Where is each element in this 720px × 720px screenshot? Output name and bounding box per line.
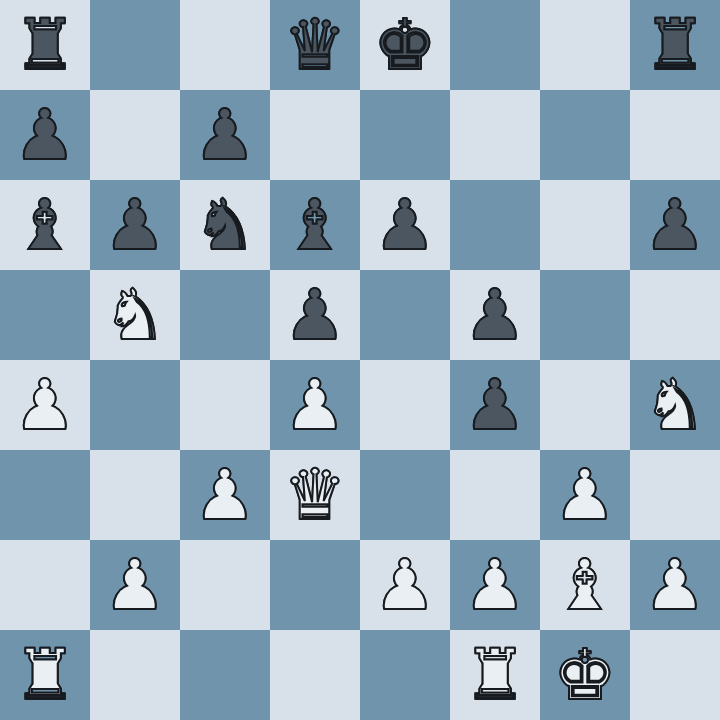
piece-black-pawn[interactable]: ♟ — [450, 270, 540, 360]
square-d8[interactable]: ♛ — [270, 0, 360, 90]
square-d3[interactable]: ♛ — [270, 450, 360, 540]
square-e5[interactable] — [360, 270, 450, 360]
square-h7[interactable] — [630, 90, 720, 180]
piece-white-knight[interactable]: ♞ — [630, 360, 720, 450]
square-h4[interactable]: ♞ — [630, 360, 720, 450]
piece-black-pawn[interactable]: ♟ — [360, 180, 450, 270]
piece-black-pawn[interactable]: ♟ — [450, 360, 540, 450]
piece-black-knight[interactable]: ♞ — [180, 180, 270, 270]
square-a1[interactable]: ♜ — [0, 630, 90, 720]
piece-white-pawn[interactable]: ♟ — [630, 540, 720, 630]
square-h6[interactable]: ♟ — [630, 180, 720, 270]
square-g5[interactable] — [540, 270, 630, 360]
piece-black-rook[interactable]: ♜ — [0, 0, 90, 90]
square-b2[interactable]: ♟ — [90, 540, 180, 630]
square-e1[interactable] — [360, 630, 450, 720]
square-c7[interactable]: ♟ — [180, 90, 270, 180]
square-h5[interactable] — [630, 270, 720, 360]
square-c8[interactable] — [180, 0, 270, 90]
piece-black-bishop[interactable]: ♝ — [270, 180, 360, 270]
square-f6[interactable] — [450, 180, 540, 270]
square-e6[interactable]: ♟ — [360, 180, 450, 270]
square-e3[interactable] — [360, 450, 450, 540]
square-a6[interactable]: ♝ — [0, 180, 90, 270]
square-g6[interactable] — [540, 180, 630, 270]
piece-black-pawn[interactable]: ♟ — [630, 180, 720, 270]
square-a8[interactable]: ♜ — [0, 0, 90, 90]
square-a5[interactable] — [0, 270, 90, 360]
square-a7[interactable]: ♟ — [0, 90, 90, 180]
square-d6[interactable]: ♝ — [270, 180, 360, 270]
square-d1[interactable] — [270, 630, 360, 720]
square-h1[interactable] — [630, 630, 720, 720]
piece-black-bishop[interactable]: ♝ — [0, 180, 90, 270]
piece-white-pawn[interactable]: ♟ — [0, 360, 90, 450]
square-e2[interactable]: ♟ — [360, 540, 450, 630]
square-d7[interactable] — [270, 90, 360, 180]
piece-black-king[interactable]: ♚ — [360, 0, 450, 90]
square-a2[interactable] — [0, 540, 90, 630]
square-b7[interactable] — [90, 90, 180, 180]
square-d2[interactable] — [270, 540, 360, 630]
square-b8[interactable] — [90, 0, 180, 90]
piece-white-pawn[interactable]: ♟ — [180, 450, 270, 540]
piece-black-pawn[interactable]: ♟ — [90, 180, 180, 270]
square-c1[interactable] — [180, 630, 270, 720]
chess-board: ♜♛♚♜♟♟♝♟♞♝♟♟♞♟♟♟♟♟♞♟♛♟♟♟♟♝♟♜♜♚ — [0, 0, 720, 720]
square-e8[interactable]: ♚ — [360, 0, 450, 90]
piece-white-pawn[interactable]: ♟ — [90, 540, 180, 630]
square-f5[interactable]: ♟ — [450, 270, 540, 360]
square-c5[interactable] — [180, 270, 270, 360]
piece-white-pawn[interactable]: ♟ — [450, 540, 540, 630]
square-g1[interactable]: ♚ — [540, 630, 630, 720]
square-f7[interactable] — [450, 90, 540, 180]
square-f8[interactable] — [450, 0, 540, 90]
square-e7[interactable] — [360, 90, 450, 180]
square-f4[interactable]: ♟ — [450, 360, 540, 450]
square-c3[interactable]: ♟ — [180, 450, 270, 540]
square-g2[interactable]: ♝ — [540, 540, 630, 630]
square-g4[interactable] — [540, 360, 630, 450]
square-g8[interactable] — [540, 0, 630, 90]
piece-white-knight[interactable]: ♞ — [90, 270, 180, 360]
piece-white-queen[interactable]: ♛ — [270, 450, 360, 540]
piece-white-pawn[interactable]: ♟ — [360, 540, 450, 630]
square-a3[interactable] — [0, 450, 90, 540]
square-d5[interactable]: ♟ — [270, 270, 360, 360]
piece-white-rook[interactable]: ♜ — [0, 630, 90, 720]
piece-black-queen[interactable]: ♛ — [270, 0, 360, 90]
square-a4[interactable]: ♟ — [0, 360, 90, 450]
square-h2[interactable]: ♟ — [630, 540, 720, 630]
square-h3[interactable] — [630, 450, 720, 540]
square-b1[interactable] — [90, 630, 180, 720]
square-c4[interactable] — [180, 360, 270, 450]
square-e4[interactable] — [360, 360, 450, 450]
piece-black-pawn[interactable]: ♟ — [0, 90, 90, 180]
square-g7[interactable] — [540, 90, 630, 180]
square-g3[interactable]: ♟ — [540, 450, 630, 540]
piece-white-pawn[interactable]: ♟ — [270, 360, 360, 450]
piece-white-rook[interactable]: ♜ — [450, 630, 540, 720]
square-d4[interactable]: ♟ — [270, 360, 360, 450]
square-b4[interactable] — [90, 360, 180, 450]
square-c2[interactable] — [180, 540, 270, 630]
piece-white-king[interactable]: ♚ — [540, 630, 630, 720]
piece-white-pawn[interactable]: ♟ — [540, 450, 630, 540]
square-b5[interactable]: ♞ — [90, 270, 180, 360]
piece-black-rook[interactable]: ♜ — [630, 0, 720, 90]
piece-black-pawn[interactable]: ♟ — [180, 90, 270, 180]
square-b6[interactable]: ♟ — [90, 180, 180, 270]
square-f1[interactable]: ♜ — [450, 630, 540, 720]
square-f2[interactable]: ♟ — [450, 540, 540, 630]
square-h8[interactable]: ♜ — [630, 0, 720, 90]
square-c6[interactable]: ♞ — [180, 180, 270, 270]
square-b3[interactable] — [90, 450, 180, 540]
piece-white-bishop[interactable]: ♝ — [540, 540, 630, 630]
square-f3[interactable] — [450, 450, 540, 540]
piece-black-pawn[interactable]: ♟ — [270, 270, 360, 360]
